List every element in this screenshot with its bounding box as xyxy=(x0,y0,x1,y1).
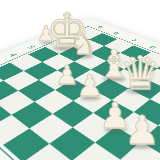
piece-pawn-d6: ♟ xyxy=(55,62,78,88)
photo-background: { "game": "chess", "scene": { "descripti… xyxy=(0,0,160,160)
piece-queen-g8: ♛ xyxy=(119,50,160,96)
piece-pawn-h5: ♟ xyxy=(124,110,160,150)
piece-knight-d8: ♞ xyxy=(70,29,97,59)
